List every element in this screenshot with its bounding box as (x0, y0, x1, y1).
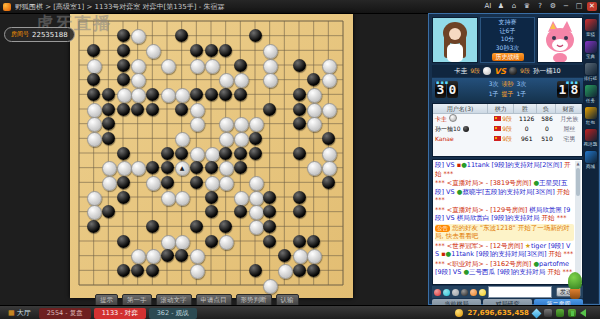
white-stone-6-1 (87, 103, 102, 118)
white-stone-15-7 (175, 235, 190, 250)
user-table-body: 卡圭9段1126586月光族孙一楠109段00屌丝Kanae9段961510宅男 (433, 114, 582, 144)
white-stone-7-8 (190, 117, 205, 132)
emoticon-2[interactable] (452, 289, 459, 296)
chat-scrollbar[interactable]: ▲ ▼ (575, 161, 581, 283)
black-stone-8-12 (249, 132, 262, 145)
china-flag-icon (494, 126, 501, 131)
help-icon[interactable]: ? (535, 2, 545, 11)
clock-center-info: 3次读秒3次1子提子1子 (489, 80, 527, 99)
white-stone-5-16 (307, 88, 322, 103)
chat-message-1: *** <直播对局> - [3819号房间] ●王星昊[五段] VS ●蔡晓宇[… (435, 179, 574, 205)
white-stone-10-3 (117, 161, 132, 176)
chat-message-0: 段] VS ▪●11tank [9段]的支持对局[2区间] 开始 *** (435, 161, 574, 178)
maximize-icon[interactable]: □ (574, 2, 584, 11)
black-stone-2-10 (219, 44, 232, 57)
white-player-name: 卡圭 (454, 67, 467, 76)
black-stone-9-3 (117, 147, 130, 160)
clock-center-text: 3次 (489, 80, 499, 89)
clock-center-text: 读秒 (502, 80, 514, 89)
black-stone-14-5 (146, 220, 159, 233)
home-icon[interactable]: ⌂ (509, 2, 519, 11)
black-stone-6-2 (102, 103, 115, 116)
white-stone-4-17 (322, 73, 337, 88)
black-stone-13-15 (293, 205, 306, 218)
white-stone-11-10 (219, 176, 234, 191)
chat-input[interactable] (488, 286, 552, 298)
black-stone-17-3 (117, 264, 130, 277)
app-logo-icon (3, 3, 11, 11)
coin-icon (455, 309, 463, 317)
black-stone-15-15 (293, 235, 306, 248)
black-stone-14-8 (190, 220, 203, 233)
black-player-avatar[interactable] (537, 17, 583, 63)
chat-toolbar: 发送 ▾ (432, 286, 583, 298)
shield-icon[interactable] (544, 309, 552, 317)
black-stone-6-7 (175, 103, 188, 116)
crown-icon[interactable]: ♛ (522, 2, 532, 11)
feature-tile-label: 死活题 (584, 141, 598, 146)
black-stone-15-9 (205, 235, 218, 248)
black-stone-13-11 (234, 205, 247, 218)
chat-message-5: *** <职业对局> - [3162号房间] ●partofme [9段] VS… (435, 260, 574, 277)
black-player-rank: 9段 (520, 67, 530, 76)
black-stone-2-1 (87, 44, 100, 57)
black-stone-13-2 (102, 205, 115, 218)
white-stone-14-12 (249, 220, 264, 235)
black-stone-11-6 (161, 176, 174, 189)
room-tab-362 - 观战[interactable]: 362 - 观战 (149, 308, 197, 319)
white-stone-15-10 (219, 235, 234, 250)
feature-tile-宝典[interactable] (585, 41, 597, 53)
girl-avatar-image (433, 18, 477, 62)
room-number: 22535188 (32, 31, 68, 39)
black-stone-6-4 (131, 103, 144, 116)
lobby-tab[interactable]: ▦ 大厅 (0, 308, 39, 318)
black-stone-10-8 (190, 161, 203, 174)
tree-icon[interactable] (556, 309, 564, 317)
last-move-marker: ▲ (180, 165, 185, 171)
feature-tile-label: 商城 (584, 163, 598, 168)
white-stone-icon (449, 114, 457, 122)
white-player-avatar[interactable] (432, 17, 478, 63)
black-stone-5-15 (293, 88, 306, 101)
feature-tile-label: 排行榜 (584, 75, 598, 80)
white-stone-5-7 (175, 88, 190, 103)
scroll-up-icon[interactable]: ▲ (575, 161, 581, 167)
white-stone-6-16 (307, 103, 322, 118)
black-stone-icon (509, 67, 517, 75)
black-stone-9-7 (175, 147, 188, 160)
white-stone-3-9 (205, 59, 220, 74)
black-stone-icon (463, 126, 469, 132)
black-stone-6-15 (293, 103, 306, 116)
black-stone-6-13 (263, 103, 276, 116)
white-stone-8-10 (219, 132, 234, 147)
black-stone-3-15 (293, 59, 306, 72)
go-board[interactable]: ▲ (70, 14, 353, 298)
feature-tile-label: 任务 (584, 97, 598, 102)
black-stone-16-6 (161, 249, 174, 262)
black-stone-11-17 (322, 176, 335, 189)
black-stone-15-3 (117, 235, 130, 248)
white-stone-8-1 (87, 132, 102, 147)
close-icon[interactable]: ✕ (587, 2, 597, 11)
feature-tile-商城[interactable] (585, 151, 597, 163)
match-handicap: 让6子 (500, 27, 516, 36)
white-stone-7-12 (249, 117, 264, 132)
user-list-table: 用户名(3)棋力胜负财富 卡圭9段1126586月光族孙一楠109段00屌丝Ka… (432, 103, 583, 157)
white-stone-icon (483, 67, 491, 75)
feature-tile-label: 宝典 (584, 53, 598, 58)
scroll-thumb[interactable] (576, 168, 580, 196)
black-stone-17-12 (249, 264, 262, 277)
emoticon-3[interactable] (461, 289, 468, 296)
user-row-Kanae[interactable]: Kanae9段961510宅男 (433, 134, 582, 144)
black-stone-5-9 (205, 88, 218, 101)
black-stone-5-8 (190, 88, 203, 101)
white-stone-7-11 (234, 117, 249, 132)
white-stone-4-11 (234, 73, 249, 88)
black-stone-17-16 (307, 264, 320, 277)
white-stone-16-5 (146, 249, 161, 264)
black-stone-12-3 (117, 191, 130, 204)
black-stone-14-1 (87, 220, 100, 233)
user-table-header-1[interactable]: 棋力 (488, 104, 514, 113)
white-stone-5-3 (117, 88, 132, 103)
white-stone-6-8 (190, 103, 205, 118)
coin-count: 27,696,635,458 (467, 309, 529, 317)
white-stone-17-8 (190, 264, 205, 279)
user-icon[interactable]: ♟ (496, 2, 506, 11)
black-player-name: 孙一楠10 (533, 67, 561, 76)
emoticons-row (434, 289, 486, 296)
white-stone-15-6 (161, 235, 176, 250)
black-stone-1-12 (249, 29, 262, 42)
white-stone-9-17 (322, 147, 337, 162)
white-stone-11-2 (102, 176, 117, 191)
feature-tile-排行榜[interactable] (585, 63, 597, 75)
match-byoyomi: 30秒3次 (496, 44, 519, 53)
black-stone-9-11 (234, 147, 247, 160)
chat-message-4: *** <世界冠军> - [12号房间] ★tiger [9段] VS ▪●11… (435, 242, 574, 259)
black-stone-4-3 (117, 73, 130, 86)
white-stone-3-1 (87, 59, 102, 74)
white-stone-2-5 (146, 44, 161, 59)
black-stone-8-17 (322, 132, 335, 145)
user-table-header: 用户名(3)棋力胜负财富 (433, 104, 582, 114)
white-stone-9-8 (190, 147, 205, 162)
white-stone-8-7 (175, 132, 190, 147)
user-table-header-2[interactable]: 胜 (514, 104, 536, 113)
white-stone-3-4 (131, 59, 146, 74)
white-stone-13-12 (249, 205, 264, 220)
black-stone-12-9 (205, 191, 218, 204)
white-player-rank: 9段 (470, 67, 480, 76)
emoticon-0[interactable] (434, 289, 441, 296)
room-label: 房间号 (11, 30, 29, 39)
black-stone-12-15 (293, 191, 306, 204)
clock-indicator-left: ▪▪▪ (436, 79, 449, 85)
bottom-bar: ▦ 大厅 2554 - 复盘1133 - 对弈362 - 观战 27,696,6… (0, 305, 600, 319)
white-stone-12-6 (161, 191, 176, 206)
black-stone-15-13 (263, 235, 276, 248)
lobby-grid-icon: ▦ (8, 309, 15, 317)
black-stone-1-3 (117, 29, 130, 42)
white-stone-10-17 (322, 161, 337, 176)
black-stone-10-9 (205, 161, 218, 174)
black-stone-7-15 (293, 117, 306, 130)
feature-tile-竞猜[interactable] (585, 19, 597, 31)
match-type: 支持赛 (499, 18, 517, 27)
emoticon-4[interactable] (470, 289, 477, 296)
vs-label: VS (494, 67, 506, 76)
white-stone-10-2 (102, 161, 117, 176)
black-stone-10-6 (161, 161, 174, 174)
window-controls: AI♟⌂♛?⚙−□✕ (483, 2, 600, 11)
stream-room-badge: 房间号 22535188 (4, 27, 75, 42)
window-title: 野狐围棋 > [高级室1] > 1133号对弈室 对弈中[第135手] - 朱宿… (15, 2, 224, 12)
black-stone-12-13 (263, 191, 276, 204)
clock-center-text: 1子 (517, 90, 527, 99)
black-stone-2-9 (205, 44, 218, 57)
black-stone-14-13 (263, 220, 276, 233)
user-table-header-3[interactable]: 负 (537, 104, 556, 113)
white-stone-16-15 (293, 249, 308, 264)
settings-icon[interactable]: ⚙ (548, 2, 558, 11)
black-stone-17-5 (146, 264, 159, 277)
china-flag-icon (494, 136, 501, 141)
black-stone-10-5 (146, 161, 159, 174)
white-stone-8-11 (234, 132, 249, 147)
china-flag-icon (494, 116, 501, 121)
black-stone-11-3 (117, 176, 130, 189)
minimize-icon[interactable]: − (561, 2, 571, 11)
white-stone-3-13 (263, 59, 278, 74)
black-stone-15-16 (307, 235, 320, 248)
black-stone-5-1 (87, 88, 100, 101)
clock-center-text: 1子 (489, 90, 499, 99)
white-stone-3-6 (161, 59, 176, 74)
black-stone-7-2 (102, 117, 115, 130)
chat-area[interactable]: 段] VS ▪●11tank [9段]的支持对局[2区间] 开始 ****** … (432, 159, 583, 285)
diamond-icon (532, 308, 542, 318)
white-stone-5-4 (131, 88, 146, 103)
black-stone-5-11 (234, 88, 247, 101)
announcement-pill: 公告 (435, 225, 450, 232)
black-stone-17-15 (293, 264, 306, 277)
room-tab-2554 - 复盘[interactable]: 2554 - 复盘 (39, 308, 91, 319)
chat-messages: 段] VS ▪●11tank [9段]的支持对局[2区间] 开始 ****** … (435, 161, 574, 277)
white-stone-12-7 (175, 191, 190, 206)
black-stone-9-15 (293, 147, 306, 160)
white-stone-3-8 (190, 59, 205, 74)
white-stone-12-12 (249, 191, 264, 206)
clocks-row: ▪▪▪ ▪▪▪ 30 3次读秒3次1子提子1子 18 (432, 78, 583, 101)
white-stone-6-17 (322, 103, 337, 118)
black-stone-9-12 (249, 147, 262, 160)
players-vs-row: 卡圭 9段 VS 9段 孙一楠10 (432, 65, 583, 77)
black-stone-6-5 (146, 103, 159, 116)
white-stone-12-1 (87, 191, 102, 206)
feature-tile-红包[interactable] (585, 107, 597, 119)
feature-tile-任务[interactable] (585, 85, 597, 97)
room-tab-1133 - 对弈[interactable]: 1133 - 对弈 (94, 308, 146, 319)
room-tabs: 2554 - 复盘1133 - 对弈362 - 观战 (39, 308, 200, 319)
white-stone-11-12 (249, 176, 264, 191)
match-main-time: 10分 (501, 35, 515, 44)
match-info-box: 支持赛 让6子 10分 30秒3次 历史战绩 (480, 17, 535, 63)
white-stone-9-9 (205, 147, 220, 162)
chat-message-3: 公告您的好友 "东波1218" 开始了一场新的对局, 快去看看吧 (435, 224, 574, 241)
status-right: 27,696,635,458 (455, 309, 600, 317)
clock-indicator-right: ▪▪▪ (566, 79, 579, 85)
emoticon-1[interactable] (443, 289, 450, 296)
feature-tile-label: 红包 (584, 119, 598, 124)
user-row-孙一楠10[interactable]: 孙一楠109段00屌丝 (433, 124, 582, 134)
black-stone-17-4 (131, 264, 144, 277)
emoticon-5[interactable] (479, 289, 486, 296)
black-stone-9-6 (161, 147, 174, 160)
clock-center-text: 提子 (502, 90, 514, 99)
black-stone-5-5 (146, 88, 159, 101)
black-stone-6-3 (117, 103, 130, 116)
user-row-卡圭[interactable]: 卡圭9段1126586月光族 (433, 114, 582, 124)
white-stone-18-13 (263, 279, 278, 294)
white-stone-2-13 (263, 44, 278, 59)
app-window: 野狐围棋 > [高级室1] > 1133号对弈室 对弈中[第135手] - 朱宿… (0, 0, 600, 319)
white-stone-11-9 (205, 176, 220, 191)
black-stone-3-3 (117, 59, 130, 72)
black-stone-10-11 (234, 161, 247, 174)
black-stone-2-8 (190, 44, 203, 57)
feature-icon-strip: 竞猜宝典排行榜任务红包死活题商城 (583, 15, 598, 303)
plant-icon (566, 272, 584, 302)
history-record-button[interactable]: 历史战绩 (492, 53, 524, 61)
feature-tile-死活题[interactable] (585, 129, 597, 141)
user-table-header-4[interactable]: 财富 (556, 104, 582, 113)
user-table-header-0[interactable]: 用户名(3) (433, 104, 488, 113)
ai-icon[interactable]: AI (483, 2, 493, 11)
black-stone-16-14 (278, 249, 291, 262)
white-stone-11-5 (146, 176, 161, 191)
black-stone-13-9 (205, 205, 218, 218)
clock-center-text: 3次 (517, 80, 527, 89)
white-stone-12-11 (234, 191, 249, 206)
game-side-panel: 支持赛 让6子 10分 30秒3次 历史战绩 (428, 13, 600, 305)
black-stone-11-8 (190, 176, 203, 189)
white-stone-3-17 (322, 59, 337, 74)
black-stone-3-11 (234, 59, 247, 72)
black-stone-5-10 (219, 88, 232, 101)
white-stone-16-8 (190, 249, 205, 264)
black-stone-2-3 (117, 44, 130, 57)
white-stone-17-14 (278, 264, 293, 279)
black-stone-9-10 (219, 147, 232, 160)
speaker-icon[interactable] (580, 309, 586, 317)
black-stone-5-2 (102, 88, 115, 101)
chat-message-2: *** <直播对局> - [129号房间] 棋局欣赏黑 [9段] VS 棋局欣赏… (435, 206, 574, 223)
black-stone-8-2 (102, 132, 115, 145)
white-stone-5-6 (161, 88, 176, 103)
feature-tile-label: 竞猜 (584, 31, 598, 36)
black-stone-14-10 (219, 220, 232, 233)
cat-avatar-image (538, 18, 582, 62)
